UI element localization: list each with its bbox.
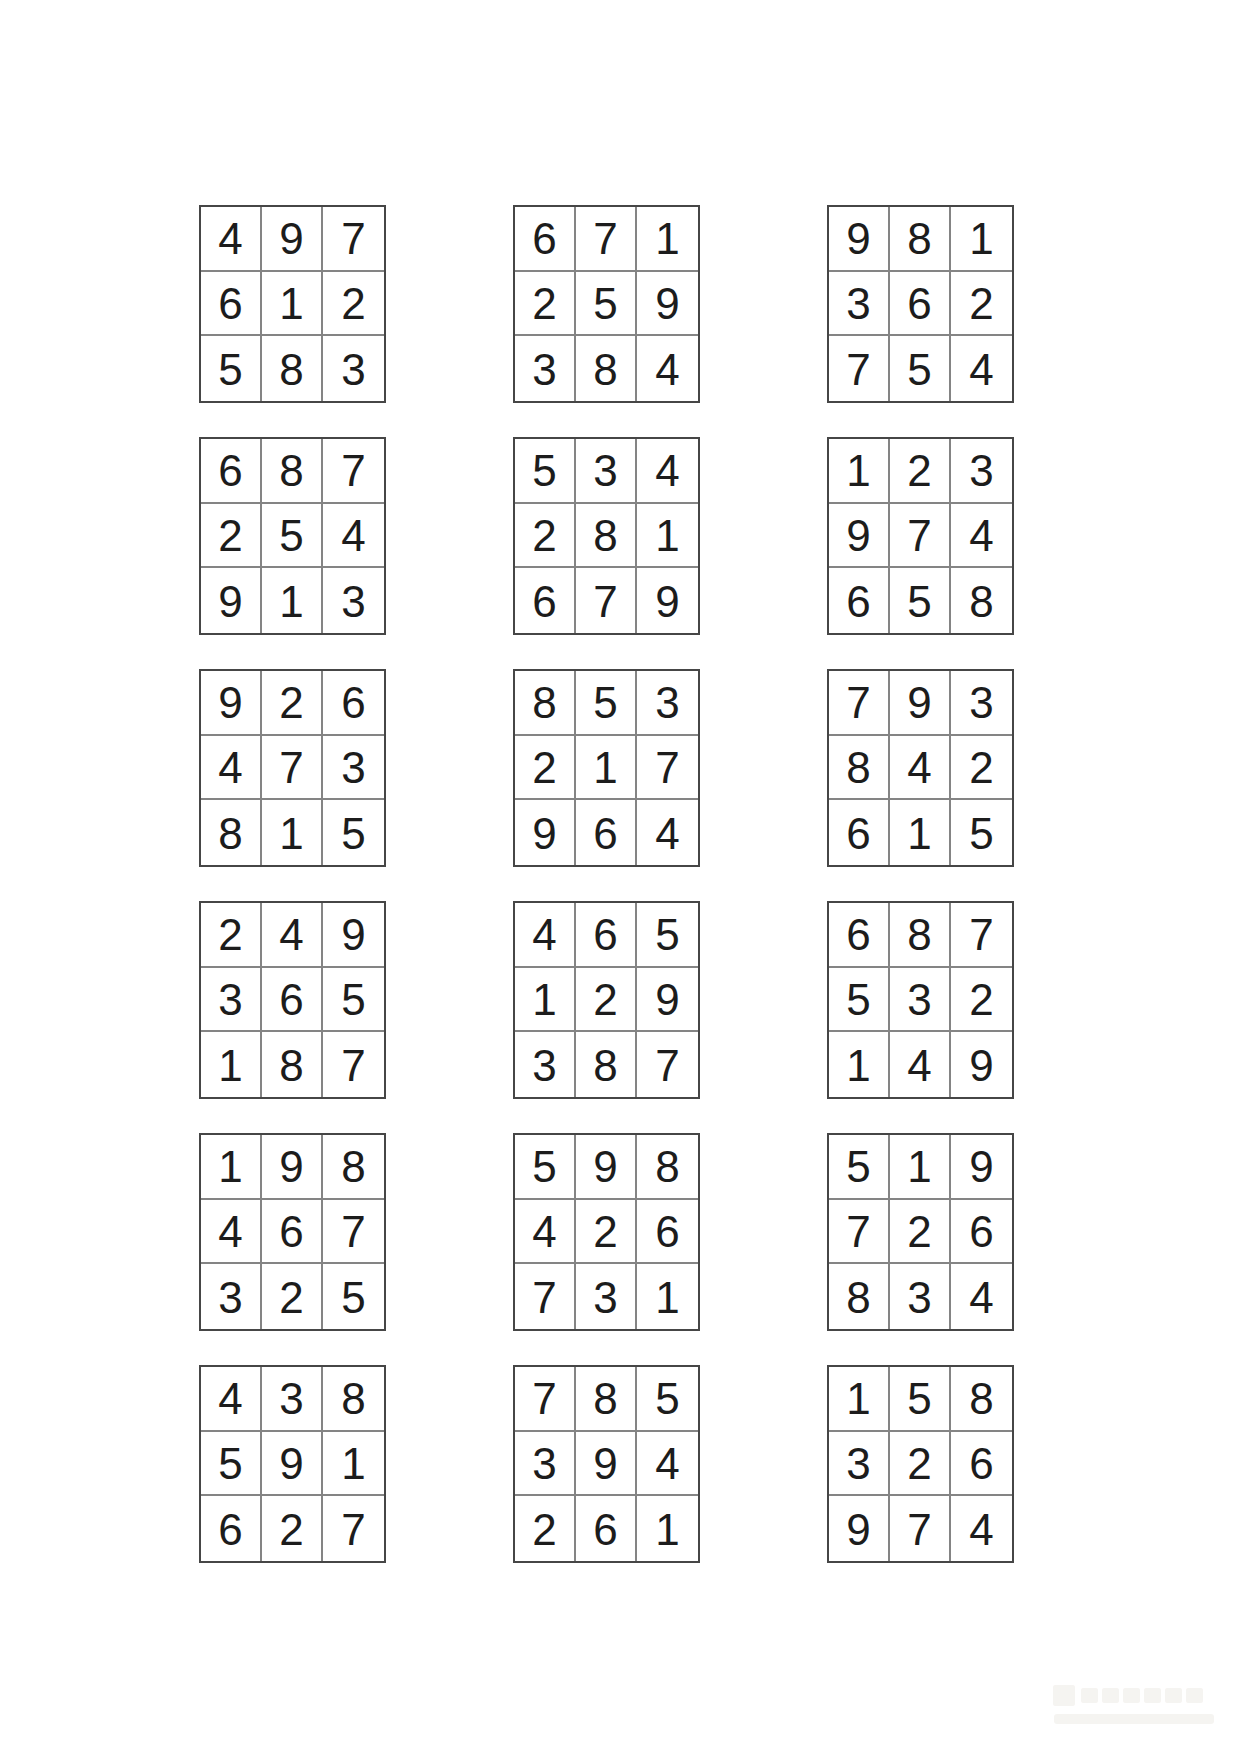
schulte-grid-3-cell-6: 2 xyxy=(951,272,1012,337)
schulte-grid-6: 123974658 xyxy=(827,437,1014,635)
schulte-grid-4-cell-9: 3 xyxy=(323,568,384,633)
schulte-grid-18-cell-2: 5 xyxy=(890,1367,951,1432)
schulte-grid-8-cell-6: 7 xyxy=(637,736,698,801)
schulte-grid-6-cell-4: 9 xyxy=(829,504,890,569)
schulte-grid-11-cell-8: 8 xyxy=(576,1032,637,1097)
schulte-grid-5-cell-1: 5 xyxy=(515,439,576,504)
schulte-grid-15-cell-1: 5 xyxy=(829,1135,890,1200)
schulte-grid-10-cell-4: 3 xyxy=(201,968,262,1033)
schulte-grid-9-cell-2: 9 xyxy=(890,671,951,736)
schulte-grid-15-cell-7: 8 xyxy=(829,1264,890,1329)
schulte-grid-10-cell-3: 9 xyxy=(323,903,384,968)
schulte-grid-11: 465129387 xyxy=(513,901,700,1099)
schulte-grid-1-cell-9: 3 xyxy=(323,336,384,401)
schulte-grid-3: 981362754 xyxy=(827,205,1014,403)
schulte-grid-12-cell-6: 2 xyxy=(951,968,1012,1033)
schulte-grid-3-cell-4: 3 xyxy=(829,272,890,337)
schulte-grid-5-cell-2: 3 xyxy=(576,439,637,504)
schulte-grid-17-cell-8: 6 xyxy=(576,1496,637,1561)
schulte-grid-2-cell-9: 4 xyxy=(637,336,698,401)
schulte-grid-18-cell-7: 9 xyxy=(829,1496,890,1561)
schulte-grid-13-cell-4: 4 xyxy=(201,1200,262,1265)
schulte-grid-8-cell-7: 9 xyxy=(515,800,576,865)
schulte-grid-2-cell-7: 3 xyxy=(515,336,576,401)
schulte-grid-14-cell-3: 8 xyxy=(637,1135,698,1200)
schulte-grid-14-cell-5: 2 xyxy=(576,1200,637,1265)
schulte-grid-7-cell-2: 2 xyxy=(262,671,323,736)
schulte-grid-2-cell-8: 8 xyxy=(576,336,637,401)
schulte-grid-11-cell-6: 9 xyxy=(637,968,698,1033)
schulte-grid-11-cell-2: 6 xyxy=(576,903,637,968)
schulte-grid-14-cell-9: 1 xyxy=(637,1264,698,1329)
schulte-grid-2-cell-3: 1 xyxy=(637,207,698,272)
schulte-grid-17-cell-9: 1 xyxy=(637,1496,698,1561)
schulte-grid-18-cell-9: 4 xyxy=(951,1496,1012,1561)
watermark xyxy=(1053,1684,1219,1730)
schulte-grid-16-cell-7: 6 xyxy=(201,1496,262,1561)
schulte-grid-12-cell-9: 9 xyxy=(951,1032,1012,1097)
schulte-grid-4-cell-5: 5 xyxy=(262,504,323,569)
schulte-grid-11-cell-3: 5 xyxy=(637,903,698,968)
schulte-grid-17-cell-4: 3 xyxy=(515,1432,576,1497)
schulte-grid-12-cell-1: 6 xyxy=(829,903,890,968)
schulte-grid-9: 793842615 xyxy=(827,669,1014,867)
schulte-grid-4-cell-7: 9 xyxy=(201,568,262,633)
schulte-grid-1-cell-3: 7 xyxy=(323,207,384,272)
schulte-grid-6-cell-6: 4 xyxy=(951,504,1012,569)
schulte-grid-12-cell-5: 3 xyxy=(890,968,951,1033)
schulte-grid-9-cell-8: 1 xyxy=(890,800,951,865)
schulte-grid-3-cell-9: 4 xyxy=(951,336,1012,401)
schulte-grid-17-cell-3: 5 xyxy=(637,1367,698,1432)
schulte-grid-2: 671259384 xyxy=(513,205,700,403)
schulte-grid-10-cell-8: 8 xyxy=(262,1032,323,1097)
schulte-grid-4: 687254913 xyxy=(199,437,386,635)
schulte-grid-15-cell-8: 3 xyxy=(890,1264,951,1329)
schulte-grid-16-cell-8: 2 xyxy=(262,1496,323,1561)
schulte-grid-5-cell-3: 4 xyxy=(637,439,698,504)
schulte-grid-5: 534281679 xyxy=(513,437,700,635)
schulte-grid-7: 926473815 xyxy=(199,669,386,867)
worksheet-page: 4976125836712593849813627546872549135342… xyxy=(0,0,1240,1754)
watermark-logo-icon xyxy=(1053,1685,1075,1706)
schulte-grid-12-cell-7: 1 xyxy=(829,1032,890,1097)
schulte-grid-15-cell-4: 7 xyxy=(829,1200,890,1265)
schulte-grid-1-cell-5: 1 xyxy=(262,272,323,337)
schulte-grid-7-cell-8: 1 xyxy=(262,800,323,865)
schulte-grid-17-cell-7: 2 xyxy=(515,1496,576,1561)
schulte-grid-2-cell-6: 9 xyxy=(637,272,698,337)
schulte-grid-13: 198467325 xyxy=(199,1133,386,1331)
schulte-grid-11-cell-5: 2 xyxy=(576,968,637,1033)
schulte-grid-7-cell-7: 8 xyxy=(201,800,262,865)
schulte-grid-12-cell-4: 5 xyxy=(829,968,890,1033)
schulte-grid-18-cell-1: 1 xyxy=(829,1367,890,1432)
schulte-grid-5-cell-8: 7 xyxy=(576,568,637,633)
schulte-grid-15-cell-3: 9 xyxy=(951,1135,1012,1200)
schulte-grid-15-cell-6: 6 xyxy=(951,1200,1012,1265)
schulte-grid-11-cell-7: 3 xyxy=(515,1032,576,1097)
schulte-grid-18-cell-3: 8 xyxy=(951,1367,1012,1432)
schulte-grid-11-cell-9: 7 xyxy=(637,1032,698,1097)
schulte-grid-8: 853217964 xyxy=(513,669,700,867)
schulte-grid-9-cell-1: 7 xyxy=(829,671,890,736)
schulte-grid-16-cell-6: 1 xyxy=(323,1432,384,1497)
schulte-grid-17-cell-5: 9 xyxy=(576,1432,637,1497)
schulte-grid-9-cell-7: 6 xyxy=(829,800,890,865)
schulte-grid-6-cell-8: 5 xyxy=(890,568,951,633)
schulte-grid-2-cell-4: 2 xyxy=(515,272,576,337)
schulte-grid-1: 497612583 xyxy=(199,205,386,403)
schulte-grid-13-cell-9: 5 xyxy=(323,1264,384,1329)
schulte-grid-13-cell-1: 1 xyxy=(201,1135,262,1200)
schulte-grid-18-cell-6: 6 xyxy=(951,1432,1012,1497)
schulte-grid-6-cell-9: 8 xyxy=(951,568,1012,633)
schulte-grid-3-cell-1: 9 xyxy=(829,207,890,272)
schulte-grid-4-cell-3: 7 xyxy=(323,439,384,504)
schulte-grid-17: 785394261 xyxy=(513,1365,700,1563)
schulte-grid-12-cell-3: 7 xyxy=(951,903,1012,968)
schulte-grid-8-cell-3: 3 xyxy=(637,671,698,736)
schulte-grid-4-cell-1: 6 xyxy=(201,439,262,504)
schulte-grid-3-cell-7: 7 xyxy=(829,336,890,401)
schulte-grid-7-cell-5: 7 xyxy=(262,736,323,801)
schulte-grid-3-cell-5: 6 xyxy=(890,272,951,337)
schulte-grid-14-cell-1: 5 xyxy=(515,1135,576,1200)
schulte-grid-16-cell-3: 8 xyxy=(323,1367,384,1432)
schulte-grid-14-cell-6: 6 xyxy=(637,1200,698,1265)
schulte-grid-5-cell-7: 6 xyxy=(515,568,576,633)
schulte-grid-3-cell-2: 8 xyxy=(890,207,951,272)
schulte-grid-14-cell-4: 4 xyxy=(515,1200,576,1265)
schulte-grid-14-cell-8: 3 xyxy=(576,1264,637,1329)
schulte-grid-15-cell-9: 4 xyxy=(951,1264,1012,1329)
schulte-grid-2-cell-1: 6 xyxy=(515,207,576,272)
schulte-grid-18: 158326974 xyxy=(827,1365,1014,1563)
schulte-grid-13-cell-8: 2 xyxy=(262,1264,323,1329)
schulte-grid-9-cell-9: 5 xyxy=(951,800,1012,865)
schulte-grid-8-cell-8: 6 xyxy=(576,800,637,865)
schulte-grid-5-cell-4: 2 xyxy=(515,504,576,569)
schulte-grid-16-cell-4: 5 xyxy=(201,1432,262,1497)
schulte-grid-10-cell-6: 5 xyxy=(323,968,384,1033)
schulte-grid-1-cell-6: 2 xyxy=(323,272,384,337)
schulte-grid-13-cell-6: 7 xyxy=(323,1200,384,1265)
schulte-grid-13-cell-3: 8 xyxy=(323,1135,384,1200)
schulte-grid-10-cell-7: 1 xyxy=(201,1032,262,1097)
schulte-grid-8-cell-2: 5 xyxy=(576,671,637,736)
schulte-grid-9-cell-3: 3 xyxy=(951,671,1012,736)
schulte-grid-5-cell-5: 8 xyxy=(576,504,637,569)
schulte-grid-6-cell-5: 7 xyxy=(890,504,951,569)
schulte-grid-16-cell-5: 9 xyxy=(262,1432,323,1497)
watermark-title-text xyxy=(1081,1688,1203,1703)
schulte-grid-15: 519726834 xyxy=(827,1133,1014,1331)
schulte-grid-16-cell-9: 7 xyxy=(323,1496,384,1561)
schulte-grid-6-cell-3: 3 xyxy=(951,439,1012,504)
schulte-grid-15-cell-5: 2 xyxy=(890,1200,951,1265)
schulte-grid-6-cell-7: 6 xyxy=(829,568,890,633)
schulte-grid-4-cell-6: 4 xyxy=(323,504,384,569)
schulte-grid-18-cell-5: 2 xyxy=(890,1432,951,1497)
schulte-grid-8-cell-4: 2 xyxy=(515,736,576,801)
watermark-url-text xyxy=(1054,1714,1214,1724)
schulte-grid-16: 438591627 xyxy=(199,1365,386,1563)
schulte-grid-17-cell-6: 4 xyxy=(637,1432,698,1497)
schulte-grid-1-cell-2: 9 xyxy=(262,207,323,272)
schulte-grid-10: 249365187 xyxy=(199,901,386,1099)
schulte-grid-18-cell-8: 7 xyxy=(890,1496,951,1561)
schulte-grid-13-cell-7: 3 xyxy=(201,1264,262,1329)
schulte-grid-1-cell-1: 4 xyxy=(201,207,262,272)
schulte-grid-9-cell-6: 2 xyxy=(951,736,1012,801)
schulte-grid-11-cell-1: 4 xyxy=(515,903,576,968)
schulte-grid-12: 687532149 xyxy=(827,901,1014,1099)
schulte-grid-10-cell-1: 2 xyxy=(201,903,262,968)
schulte-grid-12-cell-8: 4 xyxy=(890,1032,951,1097)
schulte-grid-10-cell-2: 4 xyxy=(262,903,323,968)
schulte-grid-10-cell-5: 6 xyxy=(262,968,323,1033)
schulte-grid-12-cell-2: 8 xyxy=(890,903,951,968)
schulte-grid-5-cell-6: 1 xyxy=(637,504,698,569)
schulte-grid-17-cell-1: 7 xyxy=(515,1367,576,1432)
schulte-grid-6-cell-1: 1 xyxy=(829,439,890,504)
schulte-grid-13-cell-2: 9 xyxy=(262,1135,323,1200)
schulte-grid-14-cell-2: 9 xyxy=(576,1135,637,1200)
schulte-grid-18-cell-4: 3 xyxy=(829,1432,890,1497)
schulte-grid-16-cell-1: 4 xyxy=(201,1367,262,1432)
schulte-grid-10-cell-9: 7 xyxy=(323,1032,384,1097)
schulte-grid-15-cell-2: 1 xyxy=(890,1135,951,1200)
schulte-grid-8-cell-1: 8 xyxy=(515,671,576,736)
schulte-grid-17-cell-2: 8 xyxy=(576,1367,637,1432)
schulte-grid-13-cell-5: 6 xyxy=(262,1200,323,1265)
schulte-grid-7-cell-6: 3 xyxy=(323,736,384,801)
schulte-grid-1-cell-7: 5 xyxy=(201,336,262,401)
schulte-grid-11-cell-4: 1 xyxy=(515,968,576,1033)
schulte-grids-container: 4976125836712593849813627546872549135342… xyxy=(199,205,1014,1563)
schulte-grid-16-cell-2: 3 xyxy=(262,1367,323,1432)
schulte-grid-6-cell-2: 2 xyxy=(890,439,951,504)
schulte-grid-4-cell-8: 1 xyxy=(262,568,323,633)
schulte-grid-7-cell-9: 5 xyxy=(323,800,384,865)
schulte-grid-5-cell-9: 9 xyxy=(637,568,698,633)
schulte-grid-2-cell-5: 5 xyxy=(576,272,637,337)
schulte-grid-8-cell-9: 4 xyxy=(637,800,698,865)
schulte-grid-2-cell-2: 7 xyxy=(576,207,637,272)
schulte-grid-3-cell-3: 1 xyxy=(951,207,1012,272)
schulte-grid-9-cell-5: 4 xyxy=(890,736,951,801)
schulte-grid-1-cell-8: 8 xyxy=(262,336,323,401)
schulte-grid-14-cell-7: 7 xyxy=(515,1264,576,1329)
schulte-grid-9-cell-4: 8 xyxy=(829,736,890,801)
schulte-grid-14: 598426731 xyxy=(513,1133,700,1331)
schulte-grid-3-cell-8: 5 xyxy=(890,336,951,401)
schulte-grid-7-cell-1: 9 xyxy=(201,671,262,736)
schulte-grid-4-cell-4: 2 xyxy=(201,504,262,569)
schulte-grid-7-cell-4: 4 xyxy=(201,736,262,801)
schulte-grid-7-cell-3: 6 xyxy=(323,671,384,736)
schulte-grid-4-cell-2: 8 xyxy=(262,439,323,504)
schulte-grid-1-cell-4: 6 xyxy=(201,272,262,337)
schulte-grid-8-cell-5: 1 xyxy=(576,736,637,801)
